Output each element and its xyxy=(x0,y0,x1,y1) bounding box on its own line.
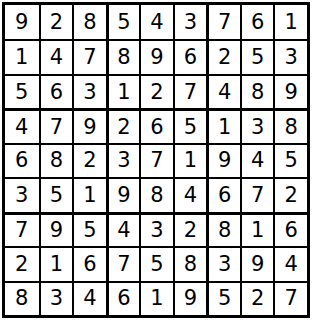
cell-r4c7[interactable]: 1 xyxy=(206,108,240,142)
cell-r9c4[interactable]: 6 xyxy=(106,281,140,315)
cell-r6c8[interactable]: 7 xyxy=(240,177,274,211)
cell-r6c4[interactable]: 9 xyxy=(106,177,140,211)
cell-r7c2[interactable]: 9 xyxy=(39,212,73,246)
cell-r3c7[interactable]: 4 xyxy=(206,74,240,108)
cell-r6c1[interactable]: 3 xyxy=(5,177,39,211)
cell-r7c3[interactable]: 5 xyxy=(72,212,106,246)
cell-r8c9[interactable]: 4 xyxy=(273,246,307,280)
cell-r1c2[interactable]: 2 xyxy=(39,5,73,39)
cell-r5c1[interactable]: 6 xyxy=(5,143,39,177)
cell-r7c8[interactable]: 1 xyxy=(240,212,274,246)
cell-r5c2[interactable]: 8 xyxy=(39,143,73,177)
cell-r4c4[interactable]: 2 xyxy=(106,108,140,142)
cell-r3c6[interactable]: 7 xyxy=(173,74,207,108)
cell-r1c6[interactable]: 3 xyxy=(173,5,207,39)
cell-r2c9[interactable]: 3 xyxy=(273,39,307,73)
cell-r6c7[interactable]: 6 xyxy=(206,177,240,211)
cell-r4c2[interactable]: 7 xyxy=(39,108,73,142)
cell-r8c7[interactable]: 3 xyxy=(206,246,240,280)
cell-r3c8[interactable]: 8 xyxy=(240,74,274,108)
cell-r2c1[interactable]: 1 xyxy=(5,39,39,73)
cell-r7c5[interactable]: 3 xyxy=(139,212,173,246)
cell-r6c9[interactable]: 2 xyxy=(273,177,307,211)
cell-r9c7[interactable]: 5 xyxy=(206,281,240,315)
cell-r5c9[interactable]: 5 xyxy=(273,143,307,177)
cell-r5c6[interactable]: 1 xyxy=(173,143,207,177)
cell-r3c1[interactable]: 5 xyxy=(5,74,39,108)
cell-r2c2[interactable]: 4 xyxy=(39,39,73,73)
cell-r8c6[interactable]: 8 xyxy=(173,246,207,280)
cell-r8c8[interactable]: 9 xyxy=(240,246,274,280)
cell-r1c7[interactable]: 7 xyxy=(206,5,240,39)
cell-r6c5[interactable]: 8 xyxy=(139,177,173,211)
cell-r3c3[interactable]: 3 xyxy=(72,74,106,108)
cell-r9c6[interactable]: 9 xyxy=(173,281,207,315)
cell-r7c9[interactable]: 6 xyxy=(273,212,307,246)
cell-r2c8[interactable]: 5 xyxy=(240,39,274,73)
cell-r2c6[interactable]: 6 xyxy=(173,39,207,73)
cell-r4c8[interactable]: 3 xyxy=(240,108,274,142)
cell-r1c8[interactable]: 6 xyxy=(240,5,274,39)
cell-r6c2[interactable]: 5 xyxy=(39,177,73,211)
cell-r8c2[interactable]: 1 xyxy=(39,246,73,280)
cell-r5c4[interactable]: 3 xyxy=(106,143,140,177)
cell-r9c5[interactable]: 1 xyxy=(139,281,173,315)
cell-r9c2[interactable]: 3 xyxy=(39,281,73,315)
cell-r5c3[interactable]: 2 xyxy=(72,143,106,177)
cell-r2c4[interactable]: 8 xyxy=(106,39,140,73)
cell-r6c6[interactable]: 4 xyxy=(173,177,207,211)
cell-r8c1[interactable]: 2 xyxy=(5,246,39,280)
cell-r4c3[interactable]: 9 xyxy=(72,108,106,142)
sudoku-board: 9285437611478962535631274894792651386823… xyxy=(2,2,310,318)
cell-r9c1[interactable]: 8 xyxy=(5,281,39,315)
cell-r9c8[interactable]: 2 xyxy=(240,281,274,315)
cell-r6c3[interactable]: 1 xyxy=(72,177,106,211)
cell-r4c1[interactable]: 4 xyxy=(5,108,39,142)
cell-r5c7[interactable]: 9 xyxy=(206,143,240,177)
cell-r1c4[interactable]: 5 xyxy=(106,5,140,39)
cell-r1c3[interactable]: 8 xyxy=(72,5,106,39)
cell-r1c5[interactable]: 4 xyxy=(139,5,173,39)
cell-r9c3[interactable]: 4 xyxy=(72,281,106,315)
cell-r8c3[interactable]: 6 xyxy=(72,246,106,280)
cell-r2c3[interactable]: 7 xyxy=(72,39,106,73)
cell-r8c4[interactable]: 7 xyxy=(106,246,140,280)
cell-r7c7[interactable]: 8 xyxy=(206,212,240,246)
cell-r7c1[interactable]: 7 xyxy=(5,212,39,246)
cell-r4c9[interactable]: 8 xyxy=(273,108,307,142)
cell-r2c5[interactable]: 9 xyxy=(139,39,173,73)
cell-r9c9[interactable]: 7 xyxy=(273,281,307,315)
cell-r3c9[interactable]: 9 xyxy=(273,74,307,108)
sudoku-page: 9285437611478962535631274894792651386823… xyxy=(0,0,312,320)
cell-r2c7[interactable]: 2 xyxy=(206,39,240,73)
cell-r1c1[interactable]: 9 xyxy=(5,5,39,39)
cell-r4c5[interactable]: 6 xyxy=(139,108,173,142)
cell-r5c8[interactable]: 4 xyxy=(240,143,274,177)
cell-r7c6[interactable]: 2 xyxy=(173,212,207,246)
cell-r1c9[interactable]: 1 xyxy=(273,5,307,39)
cell-r4c6[interactable]: 5 xyxy=(173,108,207,142)
cell-r7c4[interactable]: 4 xyxy=(106,212,140,246)
cell-r3c5[interactable]: 2 xyxy=(139,74,173,108)
cell-r3c4[interactable]: 1 xyxy=(106,74,140,108)
cell-r5c5[interactable]: 7 xyxy=(139,143,173,177)
cell-r3c2[interactable]: 6 xyxy=(39,74,73,108)
cell-r8c5[interactable]: 5 xyxy=(139,246,173,280)
